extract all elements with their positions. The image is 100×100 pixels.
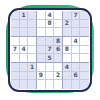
cell-r5c1: 7 (11, 46, 20, 55)
cell-r8c6: 2 (54, 72, 63, 81)
cell-r1c9 (80, 11, 89, 20)
sudoku-app-icon[interactable]: 147828474768514926 (0, 0, 100, 100)
cell-r1c4 (37, 11, 46, 20)
cell-r1c8: 7 (72, 11, 81, 20)
cell-r9c6 (54, 80, 63, 89)
cell-r4c5 (46, 37, 55, 46)
cell-r8c5 (46, 72, 55, 81)
cell-r3c7 (63, 28, 72, 37)
cell-r2c5: 8 (46, 20, 55, 29)
cell-r9c8 (72, 80, 81, 89)
cell-r6c4 (37, 54, 46, 63)
cell-r3c9 (80, 28, 89, 37)
cell-r8c4: 9 (37, 72, 46, 81)
cell-r5c7: 8 (63, 46, 72, 55)
cell-r4c6: 8 (54, 37, 63, 46)
cell-r4c4 (37, 37, 46, 46)
cell-r6c9 (80, 54, 89, 63)
cell-r9c2 (20, 80, 29, 89)
cell-r5c2: 4 (20, 46, 29, 55)
cell-r6c1 (11, 54, 20, 63)
cell-r5c5: 7 (46, 46, 55, 55)
cell-r3c2 (20, 28, 29, 37)
cell-r5c4 (37, 46, 46, 55)
sudoku-grid: 147828474768514926 (11, 11, 89, 89)
cell-r6c6 (54, 54, 63, 63)
cell-r6c7 (63, 54, 72, 63)
cell-r6c5: 5 (46, 54, 55, 63)
cell-r7c2 (20, 63, 29, 72)
cell-r4c8: 4 (72, 37, 81, 46)
cell-r7c1 (11, 63, 20, 72)
cell-r4c1 (11, 37, 20, 46)
cell-r1c3 (28, 11, 37, 20)
cell-r1c6 (54, 11, 63, 20)
cell-r2c4 (37, 20, 46, 29)
cell-r6c2 (20, 54, 29, 63)
cell-r9c1 (11, 80, 20, 89)
cell-r8c7 (63, 72, 72, 81)
cell-r4c2 (20, 37, 29, 46)
cell-r7c6 (54, 63, 63, 72)
cell-r3c3 (28, 28, 37, 37)
cell-r7c8 (72, 63, 81, 72)
cell-r2c7: 2 (63, 20, 72, 29)
cell-r3c1 (11, 28, 20, 37)
cell-r2c8 (72, 20, 81, 29)
cell-r7c7: 4 (63, 63, 72, 72)
cell-r4c9 (80, 37, 89, 46)
cell-r3c8 (72, 28, 81, 37)
cell-r2c3 (28, 20, 37, 29)
cell-r3c6 (54, 28, 63, 37)
cell-r9c4 (37, 80, 46, 89)
cell-r7c4 (37, 63, 46, 72)
cell-r6c3 (28, 54, 37, 63)
cell-r8c8: 6 (72, 72, 81, 81)
cell-r9c3 (28, 80, 37, 89)
cell-r1c5: 4 (46, 11, 55, 20)
cell-r8c1 (11, 72, 20, 81)
cell-r3c4 (37, 28, 46, 37)
cell-r4c3 (28, 37, 37, 46)
cell-r8c3 (28, 72, 37, 81)
cell-r9c7 (63, 80, 72, 89)
cell-r8c2 (20, 72, 29, 81)
cell-r9c5 (46, 80, 55, 89)
cell-r4c7 (63, 37, 72, 46)
cell-r1c7 (63, 11, 72, 20)
cell-r2c9 (80, 20, 89, 29)
cell-r2c1 (11, 20, 20, 29)
sudoku-board: 147828474768514926 (8, 8, 92, 92)
cell-r2c2 (20, 20, 29, 29)
cell-r5c9 (80, 46, 89, 55)
cell-r1c1 (11, 11, 20, 20)
cell-r2c6 (54, 20, 63, 29)
cell-r5c6: 6 (54, 46, 63, 55)
cell-r7c5 (46, 63, 55, 72)
cell-r8c9 (80, 72, 89, 81)
cell-r6c8 (72, 54, 81, 63)
cell-r1c2: 1 (20, 11, 29, 20)
cell-r5c3 (28, 46, 37, 55)
cell-r7c3: 1 (28, 63, 37, 72)
cell-r5c8 (72, 46, 81, 55)
cell-r3c5 (46, 28, 55, 37)
cell-r7c9 (80, 63, 89, 72)
cell-r9c9 (80, 80, 89, 89)
